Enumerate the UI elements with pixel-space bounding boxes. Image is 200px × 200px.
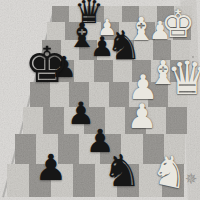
piece-black-pawn[interactable]: ♟ bbox=[35, 150, 67, 186]
square-e6[interactable] bbox=[74, 60, 93, 82]
chessboard-photo: ✵ ♛♟♚♟♝♝♟♞♟♝♚♛♟♟♟♟♟♞♞ bbox=[0, 0, 200, 200]
square-c8[interactable] bbox=[23, 107, 43, 134]
square-d4[interactable] bbox=[109, 82, 129, 107]
piece-black-knight[interactable]: ♞ bbox=[106, 25, 142, 65]
chess-board: ♛♟♚♟♝♝♟♞♟♝♚♛♟♟♟♟♟♞♞ bbox=[0, 0, 200, 200]
piece-white-pawn[interactable]: ♟ bbox=[127, 99, 157, 133]
piece-black-king[interactable]: ♚ bbox=[25, 40, 70, 90]
square-c1[interactable] bbox=[166, 107, 186, 134]
square-b8[interactable] bbox=[15, 134, 36, 164]
piece-white-queen[interactable]: ♛ bbox=[166, 55, 200, 101]
piece-black-knight[interactable]: ♞ bbox=[102, 149, 141, 193]
piece-white-knight[interactable]: ♞ bbox=[147, 148, 193, 197]
square-a5[interactable] bbox=[73, 164, 95, 197]
square-a8[interactable] bbox=[7, 164, 29, 197]
square-c7[interactable] bbox=[43, 107, 63, 134]
